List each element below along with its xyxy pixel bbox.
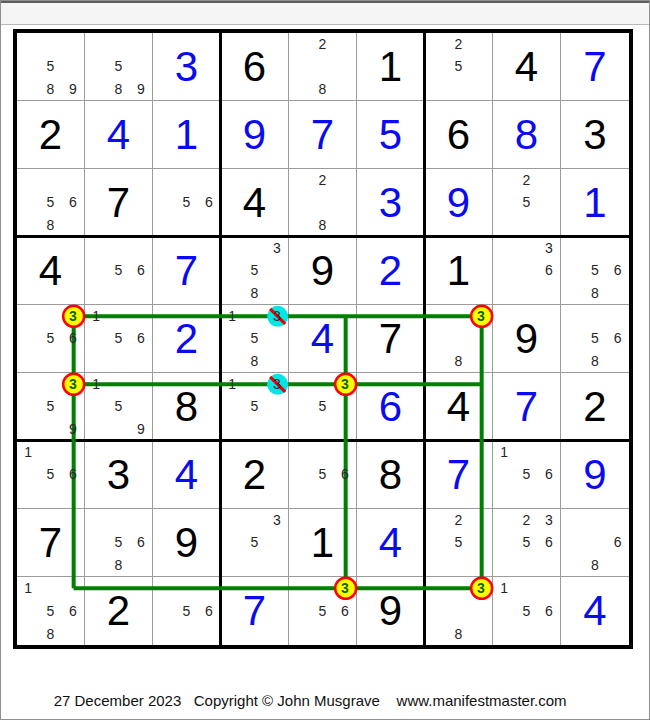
empty-slot [289,577,311,600]
empty-slot [470,55,492,77]
candidate-6: 6 [606,531,629,553]
cell-r6c9[interactable]: 2 [561,373,629,441]
empty-slot [107,509,129,531]
empty-slot [447,327,469,349]
candidate-5: 5 [515,600,537,623]
cell-r5c1[interactable]: 356 [17,305,85,373]
empty-slot [515,622,537,645]
solved-digit: 9 [561,441,629,508]
given-digit: 1 [425,237,492,304]
cell-r1c1[interactable]: 589 [17,33,85,101]
cell-r4c4[interactable]: 358 [221,237,289,305]
empty-slot [606,509,629,531]
cell-r7c4[interactable]: 2 [221,441,289,509]
empty-slot [425,531,447,553]
candidate-8: 8 [311,78,333,100]
solved-digit: 1 [561,169,629,236]
pencilmarks: 35 [289,373,356,440]
cell-r9c5[interactable]: 356 [289,577,357,645]
candidate-6: 6 [62,327,84,349]
empty-slot [107,305,129,327]
cell-r3c7[interactable]: 9 [425,169,493,237]
cell-r5c3[interactable]: 2 [153,305,221,373]
candidate-6: 6 [130,531,152,553]
cell-r4c9[interactable]: 568 [561,237,629,305]
empty-slot [17,305,39,327]
candidate-1: 1 [85,305,107,327]
empty-slot [515,577,537,600]
empty-slot [266,531,288,553]
empty-slot [130,305,152,327]
solved-digit: 4 [85,101,152,168]
empty-slot [561,509,584,531]
cell-r1c5[interactable]: 28 [289,33,357,101]
pencilmarks: 568 [561,305,629,372]
empty-slot [221,509,243,531]
empty-slot [311,441,333,463]
empty-slot [266,418,288,440]
given-digit: 4 [493,33,560,100]
given-digit: 7 [357,305,424,372]
empty-slot [606,282,629,304]
candidate-5: 5 [447,531,469,553]
cell-r4c5[interactable]: 9 [289,237,357,305]
candidate-6: 6 [334,463,356,485]
empty-slot [17,350,39,372]
candidate-5: 5 [39,55,61,77]
cell-r7c6[interactable]: 8 [357,441,425,509]
cell-r3c4[interactable]: 4 [221,169,289,237]
empty-slot [266,350,288,372]
empty-slot [85,418,107,440]
candidate-5: 5 [515,463,537,485]
empty-slot [85,554,107,576]
candidate-1: 1 [85,373,107,395]
cell-r6c1[interactable]: 359 [17,373,85,441]
empty-slot [130,55,152,77]
empty-slot [493,486,515,508]
empty-slot [515,237,537,259]
cell-r9c3[interactable]: 56 [153,577,221,645]
empty-slot [447,78,469,100]
solved-digit: 5 [357,101,424,168]
solved-digit: 9 [425,169,492,236]
candidate-8: 8 [243,350,265,372]
given-digit: 3 [561,101,629,168]
empty-slot [175,214,197,236]
cell-r6c6[interactable]: 6 [357,373,425,441]
cell-r7c5[interactable]: 56 [289,441,357,509]
cell-r2c3[interactable]: 1 [153,101,221,169]
candidate-8: 8 [39,78,61,100]
pencilmarks: 38 [425,305,492,372]
empty-slot [221,531,243,553]
cell-r9c9[interactable]: 4 [561,577,629,645]
empty-slot [243,305,265,327]
cell-r3c9[interactable]: 1 [561,169,629,237]
candidate-6: 6 [606,259,629,281]
candidate-8: 8 [39,622,61,645]
solved-digit: 1 [153,101,220,168]
cell-r9c4[interactable]: 7 [221,577,289,645]
cell-r4c1[interactable]: 4 [17,237,85,305]
pencilmarks: 589 [85,33,152,100]
cell-r6c4[interactable]: 135 [221,373,289,441]
cell-r5c7[interactable]: 38 [425,305,493,373]
cell-r6c7[interactable]: 4 [425,373,493,441]
empty-slot [561,259,584,281]
given-digit: 2 [221,441,288,508]
empty-slot [243,373,265,395]
solved-digit: 7 [493,373,560,440]
candidate-1: 1 [493,577,515,600]
empty-slot [289,214,311,236]
empty-slot [606,554,629,576]
empty-slot [425,577,447,600]
empty-slot [561,327,584,349]
empty-slot [334,33,356,55]
empty-slot [538,169,560,191]
candidate-2: 2 [447,33,469,55]
candidate-8: 8 [584,554,607,576]
solved-digit: 8 [493,101,560,168]
empty-slot [175,577,197,600]
given-digit: 2 [17,101,84,168]
candidate-3: 3 [538,509,560,531]
empty-slot [311,418,333,440]
pencilmarks: 356 [17,305,84,372]
empty-slot [130,350,152,372]
cell-r2c2[interactable]: 4 [85,101,153,169]
empty-slot [130,395,152,417]
solved-digit: 6 [357,373,424,440]
cell-r5c2[interactable]: 156 [85,305,153,373]
candidate-9: 9 [62,418,84,440]
solved-digit: 2 [357,237,424,304]
empty-slot [493,554,515,576]
pencilmarks: 589 [17,33,84,100]
empty-slot [515,554,537,576]
given-digit: 1 [289,509,356,576]
empty-slot [470,78,492,100]
empty-slot [243,554,265,576]
cell-r7c7[interactable]: 7 [425,441,493,509]
empty-slot [334,78,356,100]
cell-r8c1[interactable]: 7 [17,509,85,577]
empty-slot [153,600,175,623]
candidate-5: 5 [515,191,537,213]
empty-slot [39,373,61,395]
solved-digit: 2 [153,305,220,372]
candidate-6: 6 [62,463,84,485]
cell-r9c8[interactable]: 156 [493,577,561,645]
page: 5895893628125472419756835687564283925145… [0,0,650,720]
candidate-3: 3 [470,305,492,327]
cell-r8c4[interactable]: 35 [221,509,289,577]
empty-slot [334,418,356,440]
cell-r7c2[interactable]: 3 [85,441,153,509]
empty-slot [221,395,243,417]
given-digit: 6 [221,33,288,100]
empty-slot [538,554,560,576]
cell-r9c1[interactable]: 1568 [17,577,85,645]
window-top-bar [1,1,649,25]
cell-r2c7[interactable]: 6 [425,101,493,169]
pencilmarks: 28 [289,33,356,100]
cell-r8c6[interactable]: 4 [357,509,425,577]
candidate-6: 6 [538,463,560,485]
empty-slot [561,350,584,372]
cell-r5c4[interactable]: 1358 [221,305,289,373]
pencilmarks: 135 [221,373,288,440]
cell-r6c3[interactable]: 8 [153,373,221,441]
empty-slot [107,350,129,372]
cell-r8c7[interactable]: 25 [425,509,493,577]
pencilmarks: 25 [493,169,560,236]
candidate-5: 5 [39,327,61,349]
given-digit: 6 [425,101,492,168]
candidate-1: 1 [17,577,39,600]
cell-r2c6[interactable]: 5 [357,101,425,169]
cell-r4c2[interactable]: 56 [85,237,153,305]
empty-slot [17,214,39,236]
candidate-5: 5 [243,395,265,417]
cell-r5c8[interactable]: 9 [493,305,561,373]
cell-r4c3[interactable]: 7 [153,237,221,305]
candidate-5: 5 [584,259,607,281]
empty-slot [561,305,584,327]
empty-slot [289,55,311,77]
empty-slot [289,78,311,100]
cell-r2c1[interactable]: 2 [17,101,85,169]
candidate-5: 5 [311,600,333,623]
empty-slot [334,395,356,417]
candidate-2: 2 [311,33,333,55]
pencilmarks: 2356 [493,509,560,576]
empty-slot [470,509,492,531]
cell-r7c3[interactable]: 4 [153,441,221,509]
candidate-3: 3 [266,237,288,259]
given-digit: 9 [357,577,424,645]
cell-r4c7[interactable]: 1 [425,237,493,305]
sudoku-board[interactable]: 5895893628125472419756835687564283925145… [13,29,633,649]
cell-r1c8[interactable]: 4 [493,33,561,101]
empty-slot [289,191,311,213]
candidate-8: 8 [584,282,607,304]
empty-slot [447,554,469,576]
cell-r6c5[interactable]: 35 [289,373,357,441]
cell-r7c8[interactable]: 156 [493,441,561,509]
candidate-9: 9 [130,418,152,440]
pencilmarks: 25 [425,33,492,100]
empty-slot [425,327,447,349]
candidate-6: 6 [334,600,356,623]
candidate-8: 8 [107,554,129,576]
empty-slot [62,169,84,191]
cell-r8c3[interactable]: 9 [153,509,221,577]
empty-slot [289,395,311,417]
cell-r4c8[interactable]: 36 [493,237,561,305]
solved-digit: 9 [221,101,288,168]
cell-r3c2[interactable]: 7 [85,169,153,237]
cell-r1c3[interactable]: 3 [153,33,221,101]
empty-slot [62,486,84,508]
pencilmarks: 1358 [221,305,288,372]
solved-digit: 4 [289,305,356,372]
empty-slot [243,509,265,531]
cell-r3c3[interactable]: 56 [153,169,221,237]
empty-slot [334,191,356,213]
empty-slot [17,191,39,213]
empty-slot [130,237,152,259]
empty-slot [425,78,447,100]
cell-r5c6[interactable]: 7 [357,305,425,373]
empty-slot [425,600,447,623]
cell-r8c5[interactable]: 1 [289,509,357,577]
empty-slot [493,282,515,304]
empty-slot [39,33,61,55]
cell-r7c1[interactable]: 156 [17,441,85,509]
empty-slot [311,622,333,645]
empty-slot [175,169,197,191]
cell-r8c8[interactable]: 2356 [493,509,561,577]
empty-slot [493,191,515,213]
empty-slot [17,33,39,55]
empty-slot [130,373,152,395]
candidate-1: 1 [17,441,39,463]
cell-r5c5[interactable]: 4 [289,305,357,373]
empty-slot [198,169,220,191]
cell-r2c9[interactable]: 3 [561,101,629,169]
empty-slot [289,418,311,440]
cell-r7c9[interactable]: 9 [561,441,629,509]
given-digit: 4 [425,373,492,440]
cell-r5c9[interactable]: 568 [561,305,629,373]
cell-r1c2[interactable]: 589 [85,33,153,101]
empty-slot [493,622,515,645]
empty-slot [85,327,107,349]
empty-slot [130,554,152,576]
empty-slot [107,418,129,440]
empty-slot [17,418,39,440]
empty-slot [221,237,243,259]
given-digit: 3 [85,441,152,508]
empty-slot [493,214,515,236]
given-digit: 4 [221,169,288,236]
empty-slot [62,395,84,417]
pencilmarks: 35 [221,509,288,576]
empty-slot [515,282,537,304]
given-digit: 2 [561,373,629,440]
cell-r6c2[interactable]: 159 [85,373,153,441]
cell-r2c8[interactable]: 8 [493,101,561,169]
candidate-5: 5 [243,531,265,553]
empty-slot [39,418,61,440]
empty-slot [62,214,84,236]
candidate-5: 5 [447,55,469,77]
cell-r8c9[interactable]: 68 [561,509,629,577]
cell-r3c8[interactable]: 25 [493,169,561,237]
empty-slot [39,577,61,600]
empty-slot [561,237,584,259]
candidate-6: 6 [538,259,560,281]
empty-slot [289,600,311,623]
empty-slot [515,259,537,281]
empty-slot [289,622,311,645]
empty-slot [538,486,560,508]
candidate-5: 5 [39,395,61,417]
empty-slot [470,327,492,349]
empty-slot [39,305,61,327]
pencilmarks: 568 [561,237,629,304]
candidate-6: 6 [538,600,560,623]
candidate-1: 1 [221,373,243,395]
cell-r1c7[interactable]: 25 [425,33,493,101]
empty-slot [289,441,311,463]
empty-slot [289,169,311,191]
empty-slot [538,214,560,236]
candidate-2: 2 [515,169,537,191]
cell-r4c6[interactable]: 2 [357,237,425,305]
solved-digit: 7 [289,101,356,168]
empty-slot [266,327,288,349]
cell-r2c4[interactable]: 9 [221,101,289,169]
candidate-6: 6 [198,191,220,213]
solved-digit: 7 [561,33,629,100]
empty-slot [493,259,515,281]
given-digit: 9 [289,237,356,304]
empty-slot [425,622,447,645]
given-digit: 8 [153,373,220,440]
cell-r9c7[interactable]: 38 [425,577,493,645]
empty-slot [266,282,288,304]
empty-slot [538,441,560,463]
candidate-3: 3 [266,305,288,327]
empty-slot [447,600,469,623]
cell-r9c2[interactable]: 2 [85,577,153,645]
cell-r3c1[interactable]: 568 [17,169,85,237]
cell-r9c6[interactable]: 9 [357,577,425,645]
empty-slot [334,441,356,463]
cell-r1c6[interactable]: 1 [357,33,425,101]
cell-r8c2[interactable]: 568 [85,509,153,577]
empty-slot [584,531,607,553]
cell-r6c8[interactable]: 7 [493,373,561,441]
solved-digit: 4 [561,577,629,645]
pencilmarks: 358 [221,237,288,304]
given-digit: 1 [357,33,424,100]
cell-r1c9[interactable]: 7 [561,33,629,101]
cell-r3c6[interactable]: 3 [357,169,425,237]
cell-r1c4[interactable]: 6 [221,33,289,101]
cell-r2c5[interactable]: 7 [289,101,357,169]
empty-slot [425,350,447,372]
candidate-3: 3 [266,509,288,531]
empty-slot [17,486,39,508]
empty-slot [62,350,84,372]
empty-slot [62,33,84,55]
empty-slot [493,169,515,191]
cell-r3c5[interactable]: 28 [289,169,357,237]
empty-slot [85,259,107,281]
solved-digit: 7 [153,237,220,304]
empty-slot [334,622,356,645]
empty-slot [62,622,84,645]
candidate-2: 2 [515,509,537,531]
empty-slot [425,305,447,327]
empty-slot [243,418,265,440]
empty-slot [584,509,607,531]
